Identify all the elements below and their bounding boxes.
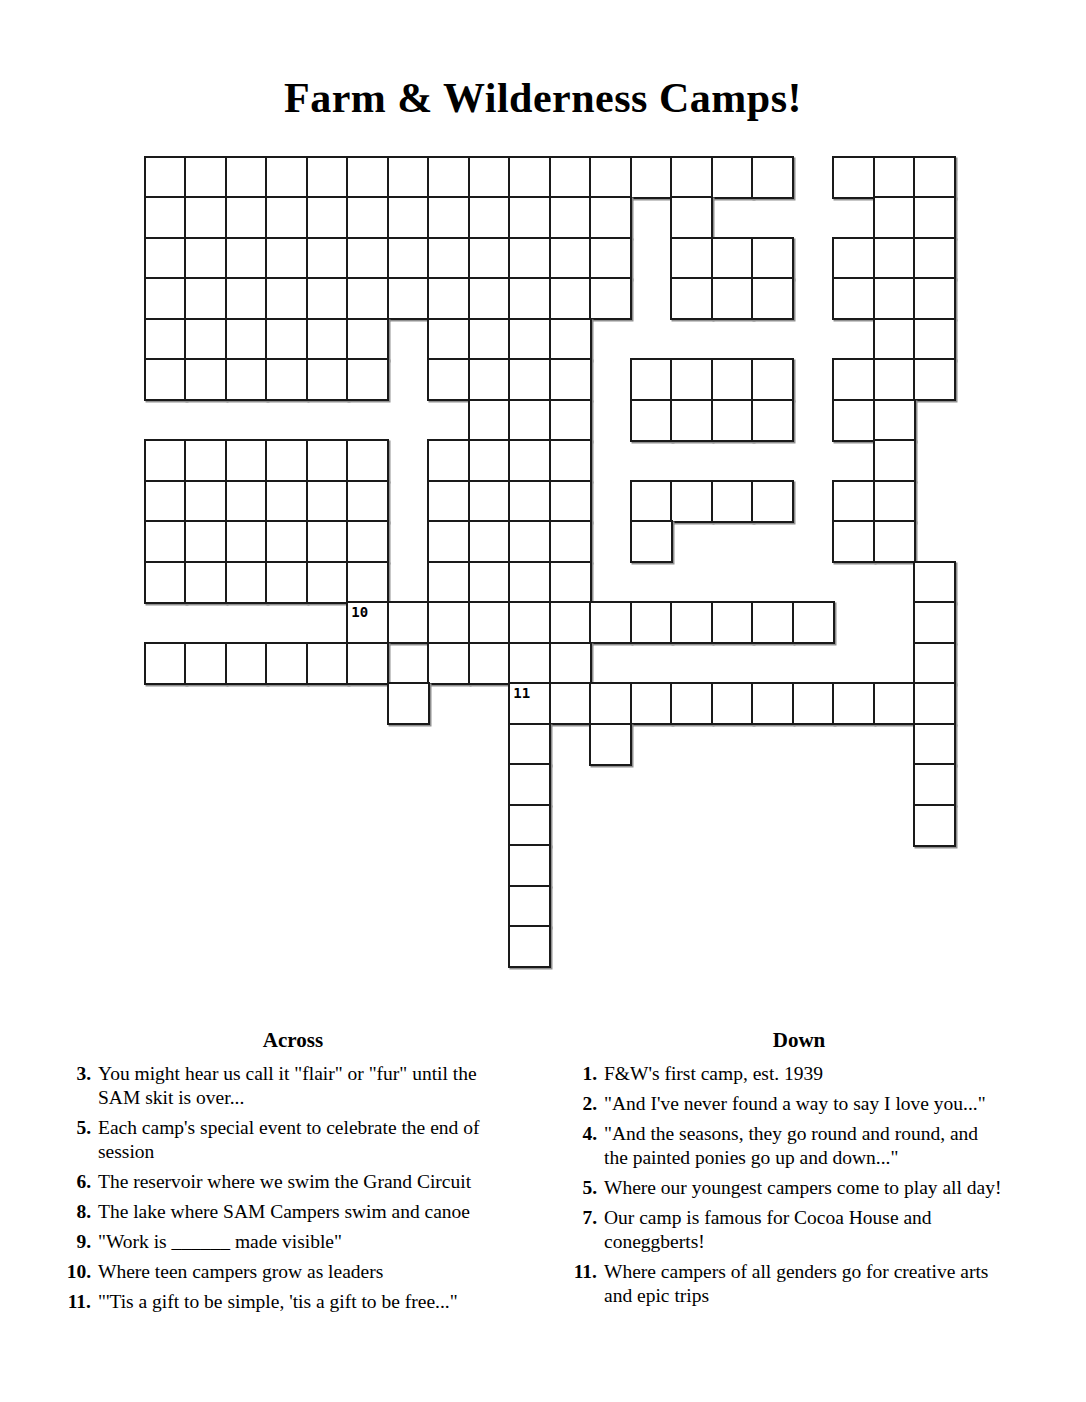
grid-cell[interactable]: [508, 439, 551, 482]
grid-cell[interactable]: [630, 399, 673, 442]
grid-cell[interactable]: [508, 601, 551, 644]
clue-text: "Work is ______ made visible": [98, 1230, 342, 1254]
clue-number: 4.: [561, 1122, 597, 1170]
grid-cell[interactable]: [549, 439, 592, 482]
grid-cell[interactable]: [670, 601, 713, 644]
grid-cell[interactable]: [427, 642, 470, 685]
page-title: Farm & Wilderness Camps!: [0, 74, 1086, 122]
down-clue: 11.Where campers of all genders go for c…: [561, 1260, 1037, 1308]
grid-cell[interactable]: [670, 277, 713, 320]
grid-cell[interactable]: [265, 318, 308, 361]
grid-cell[interactable]: [508, 156, 551, 199]
grid-cell[interactable]: [751, 358, 794, 401]
grid-cell[interactable]: [265, 196, 308, 239]
grid-cell[interactable]: [630, 601, 673, 644]
grid-cell[interactable]: [225, 439, 268, 482]
grid-cell[interactable]: [387, 277, 430, 320]
grid-cell[interactable]: [306, 277, 349, 320]
grid-cell[interactable]: [711, 156, 754, 199]
clue-text: "And the seasons, they go round and roun…: [604, 1122, 978, 1170]
grid-cell[interactable]: [346, 277, 389, 320]
clue-text: You might hear us call it "flair" or "fu…: [98, 1062, 477, 1110]
grid-cell[interactable]: [346, 480, 389, 523]
grid-cell[interactable]: [832, 682, 875, 725]
clue-text: "'Tis a gift to be simple, 'tis a gift t…: [98, 1290, 458, 1314]
grid-cell[interactable]: [873, 520, 916, 563]
grid-cell[interactable]: [265, 561, 308, 604]
grid-cell[interactable]: [508, 318, 551, 361]
grid-cell[interactable]: [508, 925, 551, 968]
grid-cell[interactable]: [427, 196, 470, 239]
across-clue: 5.Each camp's special event to celebrate…: [55, 1116, 531, 1164]
grid-cell[interactable]: [751, 277, 794, 320]
grid-cell[interactable]: [913, 196, 956, 239]
grid-cell[interactable]: [468, 277, 511, 320]
clue-number: 3.: [55, 1062, 91, 1110]
grid-cell[interactable]: [225, 156, 268, 199]
grid-cell[interactable]: [225, 520, 268, 563]
clue-number: 8.: [55, 1200, 91, 1224]
grid-cell[interactable]: [306, 358, 349, 401]
grid-cell[interactable]: [711, 682, 754, 725]
grid-cell[interactable]: [468, 156, 511, 199]
grid-cell[interactable]: [346, 561, 389, 604]
grid-cell[interactable]: [144, 156, 187, 199]
grid-cell[interactable]: [225, 318, 268, 361]
grid-cell[interactable]: [508, 723, 551, 766]
grid-cell[interactable]: [589, 723, 632, 766]
clue-number: 11.: [55, 1290, 91, 1314]
grid-cell[interactable]: [751, 682, 794, 725]
grid-cell[interactable]: [873, 196, 916, 239]
down-clue: 5.Where our youngest campers come to pla…: [561, 1176, 1037, 1200]
grid-cell[interactable]: [265, 277, 308, 320]
grid-cell[interactable]: [873, 358, 916, 401]
grid-cell[interactable]: [508, 237, 551, 280]
grid-cell[interactable]: [549, 642, 592, 685]
grid-cell[interactable]: [265, 480, 308, 523]
grid-cell[interactable]: [832, 277, 875, 320]
grid-cell[interactable]: [589, 682, 632, 725]
grid-cell[interactable]: [346, 358, 389, 401]
grid-cell[interactable]: [387, 196, 430, 239]
across-header: Across: [55, 1028, 531, 1053]
grid-cell[interactable]: [427, 318, 470, 361]
grid-cell[interactable]: [468, 358, 511, 401]
grid-cell[interactable]: [549, 561, 592, 604]
grid-cell[interactable]: [549, 277, 592, 320]
grid-cell[interactable]: [508, 642, 551, 685]
grid-cell[interactable]: [306, 318, 349, 361]
clue-text: "And I've never found a way to say I lov…: [604, 1092, 986, 1116]
grid-cell[interactable]: [184, 277, 227, 320]
grid-cell[interactable]: [306, 156, 349, 199]
grid-cell[interactable]: [468, 399, 511, 442]
grid-cell[interactable]: [144, 561, 187, 604]
grid-cell[interactable]: [508, 277, 551, 320]
grid-cell[interactable]: [144, 480, 187, 523]
grid-cell[interactable]: [549, 196, 592, 239]
clue-number: 1.: [561, 1062, 597, 1086]
grid-cell[interactable]: [265, 520, 308, 563]
grid-cell[interactable]: [832, 520, 875, 563]
grid-cell[interactable]: [508, 358, 551, 401]
crossword-grid: 1011: [145, 157, 955, 967]
grid-cell[interactable]: [873, 156, 916, 199]
grid-cell[interactable]: [873, 277, 916, 320]
grid-cell[interactable]: [589, 601, 632, 644]
grid-cell[interactable]: [508, 844, 551, 887]
grid-cell[interactable]: [508, 763, 551, 806]
grid-cell[interactable]: [184, 439, 227, 482]
across-clue: 6.The reservoir where we swim the Grand …: [55, 1170, 531, 1194]
grid-cell[interactable]: [589, 237, 632, 280]
grid-cell[interactable]: [630, 156, 673, 199]
down-header: Down: [561, 1028, 1037, 1053]
grid-cell[interactable]: [468, 196, 511, 239]
grid-cell[interactable]: [346, 156, 389, 199]
grid-cell[interactable]: [751, 156, 794, 199]
grid-cell[interactable]: [751, 601, 794, 644]
grid-cell[interactable]: [711, 277, 754, 320]
grid-cell[interactable]: [751, 480, 794, 523]
grid-cell[interactable]: [265, 642, 308, 685]
grid-cell[interactable]: [549, 480, 592, 523]
grid-cell[interactable]: [468, 318, 511, 361]
grid-cell[interactable]: [306, 237, 349, 280]
down-clues-column: Down 1.F&W's first camp, est. 19392."And…: [561, 1028, 1037, 1320]
grid-cell[interactable]: [589, 277, 632, 320]
grid-cell[interactable]: [549, 399, 592, 442]
grid-cell[interactable]: [873, 439, 916, 482]
clue-text: The lake where SAM Campers swim and cano…: [98, 1200, 470, 1224]
grid-cell[interactable]: [630, 520, 673, 563]
grid-cell[interactable]: [427, 480, 470, 523]
across-clues-column: Across 3.You might hear us call it "flai…: [55, 1028, 531, 1320]
grid-cell[interactable]: [468, 601, 511, 644]
clue-text: Where teen campers grow as leaders: [98, 1260, 383, 1284]
grid-cell[interactable]: [832, 480, 875, 523]
grid-cell[interactable]: [387, 156, 430, 199]
grid-cell[interactable]: [184, 318, 227, 361]
grid-cell[interactable]: [184, 358, 227, 401]
grid-cell[interactable]: [832, 237, 875, 280]
grid-cell[interactable]: [144, 237, 187, 280]
grid-cell[interactable]: [184, 196, 227, 239]
clue-text: Where campers of all genders go for crea…: [604, 1260, 988, 1308]
grid-cell[interactable]: [144, 642, 187, 685]
grid-cell[interactable]: [225, 237, 268, 280]
down-clue: 4."And the seasons, they go round and ro…: [561, 1122, 1037, 1170]
grid-cell[interactable]: [427, 601, 470, 644]
grid-cell[interactable]: [913, 804, 956, 847]
grid-cell[interactable]: [184, 561, 227, 604]
clue-number: 5.: [561, 1176, 597, 1200]
grid-cell[interactable]: [427, 520, 470, 563]
grid-cell[interactable]: [549, 156, 592, 199]
grid-cell[interactable]: [508, 520, 551, 563]
grid-cell[interactable]: [913, 642, 956, 685]
grid-cell[interactable]: [508, 480, 551, 523]
grid-cell[interactable]: [630, 682, 673, 725]
down-clue: 1.F&W's first camp, est. 1939: [561, 1062, 1037, 1086]
grid-cell[interactable]: [670, 196, 713, 239]
clue-text: Our camp is famous for Cocoa House and c…: [604, 1206, 932, 1254]
grid-cell[interactable]: [265, 156, 308, 199]
grid-cell[interactable]: [265, 237, 308, 280]
grid-cell[interactable]: [427, 439, 470, 482]
clue-text: F&W's first camp, est. 1939: [604, 1062, 823, 1086]
grid-cell[interactable]: [427, 277, 470, 320]
grid-cell[interactable]: [832, 399, 875, 442]
grid-cell[interactable]: [792, 682, 835, 725]
grid-cell[interactable]: [913, 601, 956, 644]
grid-cell[interactable]: [873, 399, 916, 442]
grid-cell[interactable]: [306, 561, 349, 604]
clue-text: Where our youngest campers come to play …: [604, 1176, 1001, 1200]
grid-cell[interactable]: [549, 682, 592, 725]
cell-number: 10: [351, 604, 368, 620]
grid-cell[interactable]: [184, 480, 227, 523]
grid-cell[interactable]: [306, 520, 349, 563]
grid-cell[interactable]: [508, 561, 551, 604]
grid-cell[interactable]: [670, 156, 713, 199]
grid-cell[interactable]: [670, 399, 713, 442]
grid-cell[interactable]: [225, 277, 268, 320]
grid-cell[interactable]: [306, 480, 349, 523]
grid-cell[interactable]: [427, 358, 470, 401]
grid-cell[interactable]: [549, 237, 592, 280]
grid-cell[interactable]: [144, 520, 187, 563]
grid-cell[interactable]: [468, 520, 511, 563]
grid-cell[interactable]: [792, 601, 835, 644]
grid-cell[interactable]: [468, 237, 511, 280]
grid-cell[interactable]: [346, 237, 389, 280]
grid-cell[interactable]: [306, 439, 349, 482]
grid-cell[interactable]: [549, 358, 592, 401]
grid-cell[interactable]: [184, 642, 227, 685]
across-clue: 9."Work is ______ made visible": [55, 1230, 531, 1254]
grid-cell[interactable]: [346, 318, 389, 361]
grid-cell[interactable]: [873, 237, 916, 280]
grid-cell[interactable]: [832, 156, 875, 199]
grid-cell[interactable]: [751, 399, 794, 442]
clue-number: 10.: [55, 1260, 91, 1284]
grid-cell[interactable]: [468, 642, 511, 685]
grid-cell[interactable]: [346, 642, 389, 685]
grid-cell[interactable]: [549, 601, 592, 644]
grid-cell[interactable]: [265, 439, 308, 482]
down-clue-list: 1.F&W's first camp, est. 19392."And I've…: [561, 1062, 1037, 1308]
grid-cell[interactable]: [144, 439, 187, 482]
clue-number: 7.: [561, 1206, 597, 1254]
grid-cell[interactable]: [711, 399, 754, 442]
grid-cell[interactable]: [184, 237, 227, 280]
grid-cell[interactable]: [225, 358, 268, 401]
grid-cell[interactable]: [670, 682, 713, 725]
across-clue: 8.The lake where SAM Campers swim and ca…: [55, 1200, 531, 1224]
grid-cell[interactable]: [711, 601, 754, 644]
grid-cell[interactable]: [387, 682, 430, 725]
grid-cell[interactable]: [346, 520, 389, 563]
grid-cell[interactable]: [508, 885, 551, 928]
grid-cell[interactable]: [387, 237, 430, 280]
across-clue: 11."'Tis a gift to be simple, 'tis a gif…: [55, 1290, 531, 1314]
grid-cell[interactable]: [225, 196, 268, 239]
clue-number: 6.: [55, 1170, 91, 1194]
grid-cell[interactable]: 11: [508, 682, 551, 725]
grid-cell[interactable]: [427, 156, 470, 199]
grid-cell[interactable]: [711, 237, 754, 280]
grid-cell[interactable]: [670, 237, 713, 280]
grid-cell[interactable]: [144, 358, 187, 401]
grid-cell[interactable]: [184, 520, 227, 563]
down-clue: 7.Our camp is famous for Cocoa House and…: [561, 1206, 1037, 1254]
grid-cell[interactable]: [711, 480, 754, 523]
grid-cell[interactable]: [913, 763, 956, 806]
grid-cell[interactable]: [427, 561, 470, 604]
grid-cell[interactable]: [913, 237, 956, 280]
grid-cell[interactable]: [346, 196, 389, 239]
clue-number: 5.: [55, 1116, 91, 1164]
grid-cell[interactable]: [427, 237, 470, 280]
clue-text: The reservoir where we swim the Grand Ci…: [98, 1170, 471, 1194]
cell-number: 11: [513, 685, 530, 701]
clue-number: 2.: [561, 1092, 597, 1116]
grid-cell[interactable]: [225, 642, 268, 685]
grid-cell[interactable]: [508, 196, 551, 239]
grid-cell[interactable]: [873, 318, 916, 361]
grid-cell[interactable]: [306, 642, 349, 685]
grid-cell[interactable]: [265, 358, 308, 401]
grid-cell[interactable]: [589, 156, 632, 199]
grid-cell[interactable]: [225, 480, 268, 523]
grid-cell[interactable]: [225, 561, 268, 604]
grid-cell[interactable]: [144, 277, 187, 320]
grid-cell[interactable]: [913, 358, 956, 401]
grid-cell[interactable]: [873, 682, 916, 725]
clue-number: 9.: [55, 1230, 91, 1254]
grid-cell[interactable]: [468, 561, 511, 604]
grid-cell[interactable]: [913, 318, 956, 361]
grid-cell[interactable]: [913, 277, 956, 320]
grid-cell[interactable]: [832, 358, 875, 401]
grid-cell[interactable]: [468, 439, 511, 482]
grid-cell[interactable]: [873, 480, 916, 523]
grid-cell[interactable]: [306, 196, 349, 239]
grid-cell[interactable]: [508, 399, 551, 442]
grid-cell[interactable]: [630, 358, 673, 401]
grid-cell[interactable]: [913, 723, 956, 766]
grid-cell[interactable]: [630, 480, 673, 523]
grid-cell[interactable]: [144, 196, 187, 239]
grid-cell[interactable]: [913, 156, 956, 199]
clue-text: Each camp's special event to celebrate t…: [98, 1116, 479, 1164]
grid-cell[interactable]: [144, 318, 187, 361]
grid-cell[interactable]: [549, 318, 592, 361]
grid-cell[interactable]: [549, 520, 592, 563]
grid-cell[interactable]: [670, 480, 713, 523]
grid-cell[interactable]: [711, 358, 754, 401]
across-clue: 10.Where teen campers grow as leaders: [55, 1260, 531, 1284]
across-clue: 3.You might hear us call it "flair" or "…: [55, 1062, 531, 1110]
grid-cell[interactable]: [589, 196, 632, 239]
grid-cell[interactable]: [346, 439, 389, 482]
clue-number: 11.: [561, 1260, 597, 1308]
grid-cell[interactable]: [913, 561, 956, 604]
grid-cell[interactable]: [508, 804, 551, 847]
grid-cell[interactable]: [184, 156, 227, 199]
grid-cell[interactable]: [387, 601, 430, 644]
down-clue: 2."And I've never found a way to say I l…: [561, 1092, 1037, 1116]
grid-cell[interactable]: 10: [346, 601, 389, 644]
grid-cell[interactable]: [913, 682, 956, 725]
grid-cell[interactable]: [751, 237, 794, 280]
across-clue-list: 3.You might hear us call it "flair" or "…: [55, 1062, 531, 1314]
clue-section: Across 3.You might hear us call it "flai…: [55, 1028, 1037, 1320]
grid-cell[interactable]: [670, 358, 713, 401]
grid-cell[interactable]: [468, 480, 511, 523]
